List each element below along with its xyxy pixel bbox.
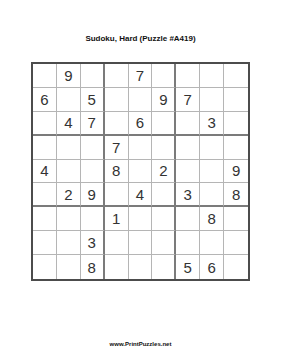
cell-r7c6[interactable] [152,207,176,231]
cell-r5c1[interactable]: 4 [33,160,57,184]
cell-r4c4[interactable]: 7 [105,136,129,160]
cell-r5c3[interactable] [81,160,105,184]
cell-r3c8[interactable]: 3 [200,112,224,136]
cell-r1c5[interactable]: 7 [129,64,153,88]
cell-r4c5[interactable] [129,136,153,160]
cell-r4c8[interactable] [200,136,224,160]
cell-r6c2[interactable]: 2 [57,183,81,207]
cell-r3c1[interactable] [33,112,57,136]
cell-r8c5[interactable] [129,231,153,255]
cell-r1c4[interactable] [105,64,129,88]
cell-r8c1[interactable] [33,231,57,255]
cell-r1c9[interactable] [224,64,248,88]
cell-r4c6[interactable] [152,136,176,160]
cell-r4c1[interactable] [33,136,57,160]
cell-r4c2[interactable] [57,136,81,160]
cell-r8c4[interactable] [105,231,129,255]
cell-r3c3[interactable]: 7 [81,112,105,136]
cell-r8c7[interactable] [176,231,200,255]
cell-r2c8[interactable] [200,88,224,112]
cell-r6c7[interactable]: 3 [176,183,200,207]
cell-r7c3[interactable] [81,207,105,231]
cell-r8c2[interactable] [57,231,81,255]
cell-r6c4[interactable] [105,183,129,207]
cell-r7c4[interactable]: 1 [105,207,129,231]
cell-r5c2[interactable] [57,160,81,184]
cell-r9c5[interactable] [129,255,153,279]
cell-r6c5[interactable]: 4 [129,183,153,207]
cell-r8c6[interactable] [152,231,176,255]
cell-r3c5[interactable]: 6 [129,112,153,136]
cell-r3c7[interactable] [176,112,200,136]
cell-r1c6[interactable] [152,64,176,88]
cell-r1c7[interactable] [176,64,200,88]
cell-r2c3[interactable]: 5 [81,88,105,112]
cell-r7c2[interactable] [57,207,81,231]
cell-r2c6[interactable]: 9 [152,88,176,112]
cell-r4c7[interactable] [176,136,200,160]
cell-r6c6[interactable] [152,183,176,207]
cell-r7c7[interactable] [176,207,200,231]
cell-r3c6[interactable] [152,112,176,136]
sudoku-page: Sudoku, Hard (Puzzle #A419) 976597476374… [0,0,281,363]
cell-r3c9[interactable] [224,112,248,136]
cell-r9c8[interactable]: 6 [200,255,224,279]
cell-r2c4[interactable] [105,88,129,112]
cell-r6c1[interactable] [33,183,57,207]
cell-r5c4[interactable]: 8 [105,160,129,184]
cell-r6c8[interactable] [200,183,224,207]
cell-r9c6[interactable] [152,255,176,279]
cell-r8c8[interactable] [200,231,224,255]
cell-r1c3[interactable] [81,64,105,88]
cell-r9c4[interactable] [105,255,129,279]
page-title: Sudoku, Hard (Puzzle #A419) [0,34,281,43]
cell-r7c1[interactable] [33,207,57,231]
cell-r9c3[interactable]: 8 [81,255,105,279]
cell-r4c9[interactable] [224,136,248,160]
cell-r6c3[interactable]: 9 [81,183,105,207]
cell-r1c2[interactable]: 9 [57,64,81,88]
cell-r9c1[interactable] [33,255,57,279]
sudoku-board: 97659747637482929438183856 [31,62,250,281]
cell-r6c9[interactable]: 8 [224,183,248,207]
cell-r5c5[interactable] [129,160,153,184]
cell-r7c5[interactable] [129,207,153,231]
cell-r1c1[interactable] [33,64,57,88]
cell-r2c1[interactable]: 6 [33,88,57,112]
cell-r3c4[interactable] [105,112,129,136]
cell-r5c9[interactable]: 9 [224,160,248,184]
cell-r8c9[interactable] [224,231,248,255]
footer-url: www.PrintPuzzles.net [0,341,281,347]
cell-r7c9[interactable] [224,207,248,231]
cell-r2c5[interactable] [129,88,153,112]
cell-r4c3[interactable] [81,136,105,160]
cell-r7c8[interactable]: 8 [200,207,224,231]
cell-r5c8[interactable] [200,160,224,184]
cell-r8c3[interactable]: 3 [81,231,105,255]
cell-r2c2[interactable] [57,88,81,112]
cell-r2c7[interactable]: 7 [176,88,200,112]
cell-r9c7[interactable]: 5 [176,255,200,279]
cell-r2c9[interactable] [224,88,248,112]
cell-r9c9[interactable] [224,255,248,279]
cell-r3c2[interactable]: 4 [57,112,81,136]
cell-r1c8[interactable] [200,64,224,88]
cell-r9c2[interactable] [57,255,81,279]
cell-r5c7[interactable] [176,160,200,184]
cell-r5c6[interactable]: 2 [152,160,176,184]
